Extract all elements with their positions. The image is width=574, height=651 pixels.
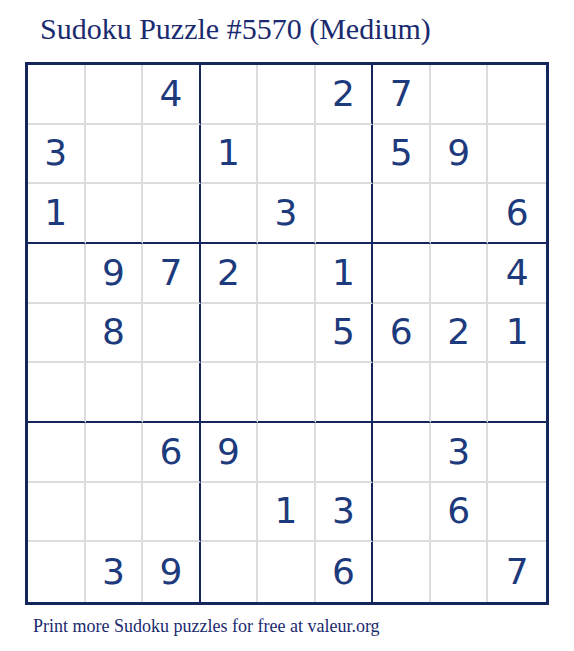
cell-r9c3-given-9: 9 xyxy=(143,542,201,602)
cell-r8c4-empty xyxy=(201,483,259,543)
cell-r5c7-given-6: 6 xyxy=(373,304,431,364)
cell-r7c5-empty xyxy=(258,423,316,483)
cell-r4c1-empty xyxy=(28,244,86,304)
cell-r4c8-empty xyxy=(431,244,489,304)
cell-r7c7-empty xyxy=(373,423,431,483)
cell-r9c6-given-6: 6 xyxy=(316,542,374,602)
cell-r2c5-empty xyxy=(258,125,316,185)
cell-r6c1-empty xyxy=(28,363,86,423)
cell-r8c6-given-3: 3 xyxy=(316,483,374,543)
cell-r2c9-empty xyxy=(488,125,546,185)
cell-r1c3-given-4: 4 xyxy=(143,65,201,125)
footer-credit-text: Print more Sudoku puzzles for free at va… xyxy=(33,616,380,637)
cell-r2c3-empty xyxy=(143,125,201,185)
cell-r9c4-empty xyxy=(201,542,259,602)
cell-r8c9-empty xyxy=(488,483,546,543)
cell-r2c4-given-1: 1 xyxy=(201,125,259,185)
cell-r4c6-given-1: 1 xyxy=(316,244,374,304)
cell-r2c8-given-9: 9 xyxy=(431,125,489,185)
cell-r4c7-empty xyxy=(373,244,431,304)
cell-r3c5-given-3: 3 xyxy=(258,184,316,244)
cell-r9c1-empty xyxy=(28,542,86,602)
cell-r7c4-given-9: 9 xyxy=(201,423,259,483)
cell-r7c6-empty xyxy=(316,423,374,483)
cell-r6c7-empty xyxy=(373,363,431,423)
cell-r4c4-given-2: 2 xyxy=(201,244,259,304)
page-title: Sudoku Puzzle #5570 (Medium) xyxy=(40,12,431,47)
cell-r9c8-empty xyxy=(431,542,489,602)
cell-r7c9-empty xyxy=(488,423,546,483)
cell-r3c2-empty xyxy=(86,184,144,244)
cell-r1c7-given-7: 7 xyxy=(373,65,431,125)
cell-r8c2-empty xyxy=(86,483,144,543)
cell-r3c3-empty xyxy=(143,184,201,244)
cell-r1c5-empty xyxy=(258,65,316,125)
cell-r4c3-given-7: 7 xyxy=(143,244,201,304)
cell-r2c7-given-5: 5 xyxy=(373,125,431,185)
cell-r3c1-given-1: 1 xyxy=(28,184,86,244)
sudoku-board: 427315913697214856216931363967 xyxy=(25,62,549,605)
cell-r1c1-empty xyxy=(28,65,86,125)
cell-r3c4-empty xyxy=(201,184,259,244)
cell-r3c7-empty xyxy=(373,184,431,244)
cell-r4c2-given-9: 9 xyxy=(86,244,144,304)
cell-r3c6-empty xyxy=(316,184,374,244)
cell-r5c2-given-8: 8 xyxy=(86,304,144,364)
cell-r9c2-given-3: 3 xyxy=(86,542,144,602)
cell-r8c3-empty xyxy=(143,483,201,543)
cell-r6c4-empty xyxy=(201,363,259,423)
cell-r6c8-empty xyxy=(431,363,489,423)
cell-r2c1-given-3: 3 xyxy=(28,125,86,185)
cell-r7c2-empty xyxy=(86,423,144,483)
cell-r5c5-empty xyxy=(258,304,316,364)
cell-r7c1-empty xyxy=(28,423,86,483)
cell-r9c5-empty xyxy=(258,542,316,602)
cell-r5c1-empty xyxy=(28,304,86,364)
cell-r5c3-empty xyxy=(143,304,201,364)
cell-r8c8-given-6: 6 xyxy=(431,483,489,543)
cell-r9c9-given-7: 7 xyxy=(488,542,546,602)
cell-r3c8-empty xyxy=(431,184,489,244)
cell-r8c1-empty xyxy=(28,483,86,543)
cell-r6c6-empty xyxy=(316,363,374,423)
cell-r1c4-empty xyxy=(201,65,259,125)
cell-r1c8-empty xyxy=(431,65,489,125)
cell-r6c3-empty xyxy=(143,363,201,423)
cell-r1c9-empty xyxy=(488,65,546,125)
cell-r2c6-empty xyxy=(316,125,374,185)
cell-r8c7-empty xyxy=(373,483,431,543)
cell-r7c8-given-3: 3 xyxy=(431,423,489,483)
cell-r5c4-empty xyxy=(201,304,259,364)
cell-r5c6-given-5: 5 xyxy=(316,304,374,364)
cell-r7c3-given-6: 6 xyxy=(143,423,201,483)
cell-r1c6-given-2: 2 xyxy=(316,65,374,125)
cell-r6c5-empty xyxy=(258,363,316,423)
cell-r6c9-empty xyxy=(488,363,546,423)
cell-r2c2-empty xyxy=(86,125,144,185)
cell-r5c9-given-1: 1 xyxy=(488,304,546,364)
cell-r4c5-empty xyxy=(258,244,316,304)
cell-r9c7-empty xyxy=(373,542,431,602)
sudoku-page: Sudoku Puzzle #5570 (Medium) 42731591369… xyxy=(0,0,574,651)
cell-r3c9-given-6: 6 xyxy=(488,184,546,244)
cell-r1c2-empty xyxy=(86,65,144,125)
cell-r6c2-empty xyxy=(86,363,144,423)
cell-r8c5-given-1: 1 xyxy=(258,483,316,543)
cell-r4c9-given-4: 4 xyxy=(488,244,546,304)
cell-r5c8-given-2: 2 xyxy=(431,304,489,364)
